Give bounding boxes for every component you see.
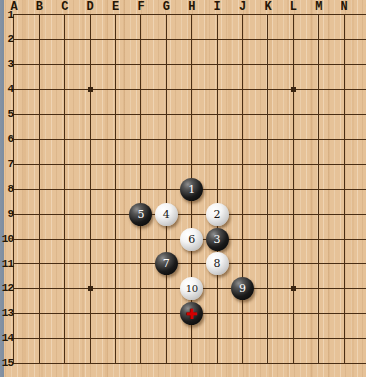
intersection-J2[interactable] (230, 27, 255, 52)
intersection-M9[interactable] (306, 202, 331, 227)
intersection-J15[interactable] (230, 351, 255, 376)
intersection-O7[interactable] (357, 152, 366, 177)
intersection-E13[interactable] (103, 301, 128, 326)
intersection-O4[interactable] (357, 77, 366, 102)
intersection-F2[interactable] (128, 27, 153, 52)
intersection-L12[interactable] (281, 276, 306, 301)
intersection-B15[interactable] (27, 351, 52, 376)
stone-black-move-5: 5 (129, 203, 152, 226)
intersection-G14[interactable] (154, 326, 179, 351)
col-label-O: O (362, 1, 366, 14)
intersection-I5[interactable] (204, 102, 229, 127)
intersection-O11[interactable] (357, 251, 366, 276)
intersection-K12[interactable] (255, 276, 280, 301)
intersection-M14[interactable] (306, 326, 331, 351)
move-number: 10 (186, 284, 198, 294)
intersection-I2[interactable] (204, 27, 229, 52)
row-label-10: 10 (1, 233, 13, 246)
intersection-F14[interactable] (128, 326, 153, 351)
intersection-D7[interactable] (77, 152, 102, 177)
intersection-F10[interactable] (128, 227, 153, 252)
intersection-O2[interactable] (357, 27, 366, 52)
intersection-N13[interactable] (331, 301, 356, 326)
stone-white-move-6: 6 (180, 228, 203, 251)
intersection-D4[interactable] (77, 77, 102, 102)
intersection-B3[interactable] (27, 52, 52, 77)
intersection-H3[interactable] (179, 52, 204, 77)
col-label-J: J (235, 1, 251, 14)
intersection-F15[interactable] (128, 351, 153, 376)
intersection-B4[interactable] (27, 77, 52, 102)
intersection-G7[interactable] (154, 152, 179, 177)
col-label-D: D (82, 1, 98, 14)
intersection-F7[interactable] (128, 152, 153, 177)
intersection-N5[interactable] (331, 102, 356, 127)
col-label-H: H (184, 1, 200, 14)
intersection-L7[interactable] (281, 152, 306, 177)
intersection-H9[interactable] (179, 202, 204, 227)
intersection-H8[interactable]: 1 (179, 177, 204, 202)
intersection-F12[interactable] (128, 276, 153, 301)
intersection-E9[interactable] (103, 202, 128, 227)
intersection-I8[interactable] (204, 177, 229, 202)
intersection-E15[interactable] (103, 351, 128, 376)
intersection-O12[interactable] (357, 276, 366, 301)
intersection-M8[interactable] (306, 177, 331, 202)
intersection-K10[interactable] (255, 227, 280, 252)
row-label-4: 4 (1, 83, 13, 96)
intersection-N9[interactable] (331, 202, 356, 227)
stone-black-move-11: ✚ (180, 302, 203, 325)
intersection-H14[interactable] (179, 326, 204, 351)
intersection-I6[interactable] (204, 127, 229, 152)
intersection-B5[interactable] (27, 102, 52, 127)
intersection-F4[interactable] (128, 77, 153, 102)
intersection-O10[interactable] (357, 227, 366, 252)
intersection-N2[interactable] (331, 27, 356, 52)
intersection-M3[interactable] (306, 52, 331, 77)
intersection-M5[interactable] (306, 102, 331, 127)
intersection-H15[interactable] (179, 351, 204, 376)
intersection-G9[interactable]: 4 (154, 202, 179, 227)
intersection-K9[interactable] (255, 202, 280, 227)
intersection-K4[interactable] (255, 77, 280, 102)
intersection-F3[interactable] (128, 52, 153, 77)
intersection-K7[interactable] (255, 152, 280, 177)
game-window: 15426378109✚ ABCDEFGHIJKLMNO123456789101… (0, 0, 366, 377)
intersection-I15[interactable] (204, 351, 229, 376)
intersection-G5[interactable] (154, 102, 179, 127)
intersection-H11[interactable] (179, 251, 204, 276)
intersection-L2[interactable] (281, 27, 306, 52)
intersection-K15[interactable] (255, 351, 280, 376)
intersection-B12[interactable] (27, 276, 52, 301)
intersection-B13[interactable] (27, 301, 52, 326)
intersection-B2[interactable] (27, 27, 52, 52)
col-label-F: F (133, 1, 149, 14)
intersection-L13[interactable] (281, 301, 306, 326)
intersection-O3[interactable] (357, 52, 366, 77)
intersection-N8[interactable] (331, 177, 356, 202)
intersection-K5[interactable] (255, 102, 280, 127)
col-label-L: L (285, 1, 301, 14)
intersection-H7[interactable] (179, 152, 204, 177)
intersection-N7[interactable] (331, 152, 356, 177)
intersection-O9[interactable] (357, 202, 366, 227)
intersection-C12[interactable] (52, 276, 77, 301)
intersection-M7[interactable] (306, 152, 331, 177)
col-label-B: B (31, 1, 47, 14)
intersection-C5[interactable] (52, 102, 77, 127)
intersection-G11[interactable]: 7 (154, 251, 179, 276)
intersection-N11[interactable] (331, 251, 356, 276)
intersection-E5[interactable] (103, 102, 128, 127)
intersection-B11[interactable] (27, 251, 52, 276)
intersection-L10[interactable] (281, 227, 306, 252)
intersection-M2[interactable] (306, 27, 331, 52)
intersection-G6[interactable] (154, 127, 179, 152)
intersection-J6[interactable] (230, 127, 255, 152)
intersection-E8[interactable] (103, 177, 128, 202)
intersection-E4[interactable] (103, 77, 128, 102)
col-label-E: E (108, 1, 124, 14)
intersection-O13[interactable] (357, 301, 366, 326)
intersection-H12[interactable]: 10 (179, 276, 204, 301)
intersection-C13[interactable] (52, 301, 77, 326)
row-label-8: 8 (1, 183, 13, 196)
intersection-N15[interactable] (331, 351, 356, 376)
intersection-E12[interactable] (103, 276, 128, 301)
intersection-N14[interactable] (331, 326, 356, 351)
intersection-O14[interactable] (357, 326, 366, 351)
intersection-F6[interactable] (128, 127, 153, 152)
col-label-M: M (311, 1, 327, 14)
intersection-D10[interactable] (77, 227, 102, 252)
row-label-11: 11 (1, 258, 13, 271)
intersection-D8[interactable] (77, 177, 102, 202)
intersection-K14[interactable] (255, 326, 280, 351)
intersection-C8[interactable] (52, 177, 77, 202)
stone-black-move-7: 7 (155, 252, 178, 275)
row-label-13: 13 (1, 307, 13, 320)
intersection-K11[interactable] (255, 251, 280, 276)
intersection-K6[interactable] (255, 127, 280, 152)
intersection-B10[interactable] (27, 227, 52, 252)
intersection-N12[interactable] (331, 276, 356, 301)
intersection-J9[interactable] (230, 202, 255, 227)
move-number: 8 (214, 258, 221, 269)
intersection-E14[interactable] (103, 326, 128, 351)
intersection-D11[interactable] (77, 251, 102, 276)
intersection-B9[interactable] (27, 202, 52, 227)
intersection-H5[interactable] (179, 102, 204, 127)
row-label-14: 14 (1, 332, 13, 345)
intersection-H13[interactable]: ✚ (179, 301, 204, 326)
stone-black-move-9: 9 (231, 277, 254, 300)
intersection-H2[interactable] (179, 27, 204, 52)
intersection-F13[interactable] (128, 301, 153, 326)
intersection-E3[interactable] (103, 52, 128, 77)
intersection-B6[interactable] (27, 127, 52, 152)
col-label-G: G (158, 1, 174, 14)
intersection-I12[interactable] (204, 276, 229, 301)
star-point-D4 (88, 87, 93, 92)
intersection-M10[interactable] (306, 227, 331, 252)
intersection-M11[interactable] (306, 251, 331, 276)
intersection-L14[interactable] (281, 326, 306, 351)
intersection-G2[interactable] (154, 27, 179, 52)
intersection-D3[interactable] (77, 52, 102, 77)
intersection-M6[interactable] (306, 127, 331, 152)
intersection-K2[interactable] (255, 27, 280, 52)
intersection-H4[interactable] (179, 77, 204, 102)
intersection-D12[interactable] (77, 276, 102, 301)
intersection-E11[interactable] (103, 251, 128, 276)
intersection-J13[interactable] (230, 301, 255, 326)
intersection-C11[interactable] (52, 251, 77, 276)
intersection-I10[interactable]: 3 (204, 227, 229, 252)
intersection-C4[interactable] (52, 77, 77, 102)
intersection-B7[interactable] (27, 152, 52, 177)
last-move-cross-icon: ✚ (186, 307, 198, 321)
intersection-H10[interactable]: 6 (179, 227, 204, 252)
intersection-B14[interactable] (27, 326, 52, 351)
stone-white-move-10: 10 (180, 277, 203, 300)
intersection-C3[interactable] (52, 52, 77, 77)
star-point-D12 (88, 286, 93, 291)
intersection-F9[interactable]: 5 (128, 202, 153, 227)
move-number: 9 (239, 283, 246, 294)
intersection-N10[interactable] (331, 227, 356, 252)
intersection-N3[interactable] (331, 52, 356, 77)
stone-white-move-8: 8 (206, 252, 229, 275)
intersection-C10[interactable] (52, 227, 77, 252)
star-point-L12 (291, 286, 296, 291)
intersection-C7[interactable] (52, 152, 77, 177)
intersection-E10[interactable] (103, 227, 128, 252)
intersection-L8[interactable] (281, 177, 306, 202)
intersection-J5[interactable] (230, 102, 255, 127)
col-label-K: K (260, 1, 276, 14)
intersection-J11[interactable] (230, 251, 255, 276)
move-number: 4 (163, 209, 170, 220)
intersection-M4[interactable] (306, 77, 331, 102)
intersection-M13[interactable] (306, 301, 331, 326)
intersection-D13[interactable] (77, 301, 102, 326)
row-label-7: 7 (1, 158, 13, 171)
intersection-O8[interactable] (357, 177, 366, 202)
intersection-L15[interactable] (281, 351, 306, 376)
intersection-I3[interactable] (204, 52, 229, 77)
intersection-H6[interactable] (179, 127, 204, 152)
board-grid[interactable]: 15426378109✚ (1, 3, 366, 376)
move-number: 1 (188, 184, 195, 195)
move-number: 7 (163, 258, 170, 269)
intersection-M15[interactable] (306, 351, 331, 376)
col-label-C: C (57, 1, 73, 14)
intersection-C15[interactable] (52, 351, 77, 376)
row-label-2: 2 (1, 33, 13, 46)
intersection-L3[interactable] (281, 52, 306, 77)
intersection-L4[interactable] (281, 77, 306, 102)
intersection-G13[interactable] (154, 301, 179, 326)
stone-white-move-2: 2 (206, 203, 229, 226)
stone-white-move-4: 4 (155, 203, 178, 226)
intersection-L6[interactable] (281, 127, 306, 152)
intersection-M12[interactable] (306, 276, 331, 301)
intersection-G3[interactable] (154, 52, 179, 77)
intersection-K3[interactable] (255, 52, 280, 77)
intersection-F8[interactable] (128, 177, 153, 202)
intersection-J8[interactable] (230, 177, 255, 202)
intersection-C9[interactable] (52, 202, 77, 227)
row-label-15: 15 (1, 357, 13, 370)
intersection-C6[interactable] (52, 127, 77, 152)
intersection-J7[interactable] (230, 152, 255, 177)
star-point-L4 (291, 87, 296, 92)
intersection-G4[interactable] (154, 77, 179, 102)
row-label-3: 3 (1, 58, 13, 71)
row-label-9: 9 (1, 208, 13, 221)
intersection-K8[interactable] (255, 177, 280, 202)
move-number: 6 (188, 234, 195, 245)
intersection-J12[interactable]: 9 (230, 276, 255, 301)
move-number: 5 (137, 209, 144, 220)
intersection-N4[interactable] (331, 77, 356, 102)
intersection-O5[interactable] (357, 102, 366, 127)
intersection-G12[interactable] (154, 276, 179, 301)
intersection-J3[interactable] (230, 52, 255, 77)
move-number: 3 (214, 234, 221, 245)
intersection-D2[interactable] (77, 27, 102, 52)
intersection-E6[interactable] (103, 127, 128, 152)
intersection-D15[interactable] (77, 351, 102, 376)
intersection-G10[interactable] (154, 227, 179, 252)
intersection-O15[interactable] (357, 351, 366, 376)
intersection-F11[interactable] (128, 251, 153, 276)
col-label-N: N (336, 1, 352, 14)
row-label-5: 5 (1, 108, 13, 121)
intersection-C2[interactable] (52, 27, 77, 52)
intersection-D14[interactable] (77, 326, 102, 351)
intersection-D5[interactable] (77, 102, 102, 127)
intersection-I7[interactable] (204, 152, 229, 177)
intersection-N6[interactable] (331, 127, 356, 152)
intersection-J4[interactable] (230, 77, 255, 102)
intersection-F5[interactable] (128, 102, 153, 127)
row-label-1: 1 (1, 9, 13, 22)
intersection-G15[interactable] (154, 351, 179, 376)
intersection-I9[interactable]: 2 (204, 202, 229, 227)
intersection-C14[interactable] (52, 326, 77, 351)
intersection-L11[interactable] (281, 251, 306, 276)
intersection-I13[interactable] (204, 301, 229, 326)
intersection-E7[interactable] (103, 152, 128, 177)
intersection-G8[interactable] (154, 177, 179, 202)
intersection-I11[interactable]: 8 (204, 251, 229, 276)
intersection-O6[interactable] (357, 127, 366, 152)
intersection-K13[interactable] (255, 301, 280, 326)
row-label-6: 6 (1, 133, 13, 146)
stone-black-move-1: 1 (180, 178, 203, 201)
intersection-J14[interactable] (230, 326, 255, 351)
intersection-L5[interactable] (281, 102, 306, 127)
intersection-D6[interactable] (77, 127, 102, 152)
move-number: 2 (214, 209, 221, 220)
intersection-L9[interactable] (281, 202, 306, 227)
intersection-E2[interactable] (103, 27, 128, 52)
intersection-D9[interactable] (77, 202, 102, 227)
intersection-J10[interactable] (230, 227, 255, 252)
intersection-B8[interactable] (27, 177, 52, 202)
intersection-I4[interactable] (204, 77, 229, 102)
row-label-12: 12 (1, 282, 13, 295)
stone-black-move-3: 3 (206, 228, 229, 251)
intersection-I14[interactable] (204, 326, 229, 351)
col-label-I: I (209, 1, 225, 14)
